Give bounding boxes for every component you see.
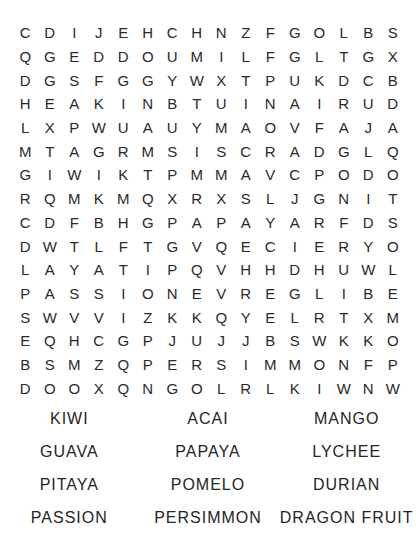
word-list-item: PITAYA — [0, 468, 139, 501]
grid-cell[interactable]: W — [62, 163, 87, 187]
grid-cell[interactable]: J — [160, 329, 185, 353]
grid-cell[interactable]: I — [234, 353, 259, 377]
grid-cell[interactable]: O — [381, 234, 406, 258]
grid-cell[interactable]: O — [307, 353, 332, 377]
grid-cell[interactable]: M — [258, 353, 283, 377]
grid-cell[interactable]: F — [111, 234, 136, 258]
grid-cell[interactable]: T — [381, 187, 406, 211]
grid-cell[interactable]: W — [87, 116, 112, 140]
grid-cell[interactable]: K — [332, 329, 357, 353]
grid-cell[interactable]: F — [258, 21, 283, 45]
grid-cell[interactable]: I — [111, 282, 136, 306]
grid-cell[interactable]: N — [258, 92, 283, 116]
grid-cell[interactable]: Y — [160, 68, 185, 92]
grid-cell[interactable]: Z — [136, 305, 161, 329]
grid-cell[interactable]: I — [62, 21, 87, 45]
grid-cell[interactable]: L — [332, 21, 357, 45]
grid-cell[interactable]: D — [283, 258, 308, 282]
grid-cell[interactable]: W — [381, 376, 406, 400]
grid-cell[interactable]: S — [381, 211, 406, 235]
grid-cell[interactable]: U — [356, 92, 381, 116]
grid-cell[interactable]: L — [307, 45, 332, 69]
grid-cell[interactable]: J — [209, 329, 234, 353]
grid-cell[interactable]: R — [307, 211, 332, 235]
grid-cell[interactable]: H — [62, 329, 87, 353]
grid-cell[interactable]: T — [38, 139, 63, 163]
word-search-page: CDIJEHCHNZFGOLBSQGEDDOUMILFGLTGXDGSFGGYW… — [0, 0, 416, 543]
grid-cell[interactable]: S — [209, 139, 234, 163]
grid-cell[interactable]: E — [111, 21, 136, 45]
grid-cell[interactable]: L — [381, 258, 406, 282]
grid-cell[interactable]: G — [136, 68, 161, 92]
word-list-item: GUAVA — [0, 435, 139, 468]
grid-cell[interactable]: X — [209, 68, 234, 92]
grid-cell[interactable]: E — [234, 234, 259, 258]
grid-cell[interactable]: Z — [87, 353, 112, 377]
grid-cell[interactable]: G — [160, 376, 185, 400]
grid-cell[interactable]: V — [283, 116, 308, 140]
grid-cell[interactable]: W — [185, 68, 210, 92]
grid-cell[interactable]: A — [185, 211, 210, 235]
grid-cell[interactable]: V — [185, 234, 210, 258]
grid-cell[interactable]: I — [307, 376, 332, 400]
word-list-item: ACAI — [139, 402, 278, 435]
word-list-item: DRAGON FRUIT — [277, 501, 416, 534]
grid-cell[interactable]: W — [38, 234, 63, 258]
grid-cell[interactable]: A — [332, 116, 357, 140]
grid-cell[interactable]: H — [13, 92, 38, 116]
grid-cell[interactable]: M — [13, 139, 38, 163]
grid-cell[interactable]: S — [283, 329, 308, 353]
grid-cell[interactable]: G — [283, 21, 308, 45]
grid-cell[interactable]: D — [13, 68, 38, 92]
grid-cell[interactable]: R — [234, 282, 259, 306]
grid-cell[interactable]: K — [160, 305, 185, 329]
grid-cell[interactable]: T — [234, 68, 259, 92]
grid-cell[interactable]: O — [258, 116, 283, 140]
grid-cell[interactable]: D — [381, 92, 406, 116]
grid-cell[interactable]: L — [283, 305, 308, 329]
grid-cell[interactable]: O — [381, 163, 406, 187]
grid-cell[interactable]: X — [87, 376, 112, 400]
grid-cell[interactable]: X — [381, 45, 406, 69]
grid-cell[interactable]: R — [258, 139, 283, 163]
grid-cell[interactable]: O — [62, 376, 87, 400]
grid-cell[interactable]: W — [356, 258, 381, 282]
grid-cell[interactable]: K — [185, 305, 210, 329]
grid-cell[interactable]: A — [62, 92, 87, 116]
grid-cell[interactable]: U — [283, 68, 308, 92]
grid-cell[interactable]: G — [136, 211, 161, 235]
grid-cell[interactable]: G — [111, 329, 136, 353]
grid-cell[interactable]: I — [136, 258, 161, 282]
grid-cell[interactable]: E — [381, 282, 406, 306]
grid-cell[interactable]: Q — [136, 187, 161, 211]
grid-cell[interactable]: U — [111, 116, 136, 140]
grid-cell[interactable]: T — [62, 234, 87, 258]
grid-cell[interactable]: N — [356, 376, 381, 400]
word-list-item: KIWI — [0, 402, 139, 435]
grid-cell[interactable]: B — [258, 329, 283, 353]
grid-cell[interactable]: I — [209, 45, 234, 69]
grid-cell[interactable]: L — [258, 376, 283, 400]
grid-cell[interactable]: V — [62, 305, 87, 329]
grid-cell[interactable]: N — [332, 187, 357, 211]
grid-cell[interactable]: G — [356, 45, 381, 69]
grid-cell[interactable]: I — [185, 139, 210, 163]
grid-cell[interactable]: B — [160, 92, 185, 116]
word-search-board: CDIJEHCHNZFGOLBSQGEDDOUMILFGLTGXDGSFGGYW… — [13, 21, 405, 400]
grid-cell[interactable]: Q — [38, 187, 63, 211]
grid-cell[interactable]: D — [111, 45, 136, 69]
grid-cell[interactable]: L — [234, 45, 259, 69]
grid-cell[interactable]: G — [332, 139, 357, 163]
grid-cell[interactable]: Y — [234, 305, 259, 329]
grid-cell[interactable]: E — [160, 353, 185, 377]
grid-cell[interactable]: P — [381, 353, 406, 377]
grid-cell[interactable]: A — [234, 116, 259, 140]
grid-cell[interactable]: P — [62, 116, 87, 140]
grid-cell[interactable]: Y — [356, 234, 381, 258]
grid-cell[interactable]: I — [332, 282, 357, 306]
grid-cell[interactable]: S — [160, 139, 185, 163]
grid-cell[interactable]: S — [62, 68, 87, 92]
grid-cell[interactable]: H — [185, 21, 210, 45]
grid-cell[interactable]: U — [209, 92, 234, 116]
grid-cell[interactable]: G — [160, 234, 185, 258]
grid-cell[interactable]: P — [209, 211, 234, 235]
grid-cell[interactable]: R — [332, 92, 357, 116]
grid-cell[interactable]: B — [87, 211, 112, 235]
grid-cell[interactable]: E — [38, 92, 63, 116]
grid-cell[interactable]: G — [13, 163, 38, 187]
grid-cell[interactable]: G — [283, 282, 308, 306]
grid-cell[interactable]: Q — [209, 305, 234, 329]
grid-cell[interactable]: G — [38, 45, 63, 69]
grid-cell[interactable]: F — [87, 68, 112, 92]
grid-cell[interactable]: J — [87, 21, 112, 45]
grid-cell[interactable]: G — [111, 68, 136, 92]
grid-cell[interactable]: E — [185, 282, 210, 306]
grid-cell[interactable]: S — [381, 21, 406, 45]
grid-cell[interactable]: T — [185, 92, 210, 116]
grid-cell[interactable]: H — [258, 258, 283, 282]
grid-cell[interactable]: L — [356, 139, 381, 163]
grid-cell[interactable]: W — [332, 376, 357, 400]
grid-cell[interactable]: C — [258, 234, 283, 258]
grid-cell[interactable]: Q — [38, 329, 63, 353]
grid-cell[interactable]: P — [258, 68, 283, 92]
grid-cell[interactable]: L — [209, 376, 234, 400]
grid-cell[interactable]: E — [258, 305, 283, 329]
grid-cell[interactable]: K — [111, 163, 136, 187]
word-list-item: DURIAN — [277, 468, 416, 501]
grid-cell[interactable]: U — [160, 45, 185, 69]
grid-cell[interactable]: A — [234, 163, 259, 187]
grid-cell[interactable]: A — [283, 139, 308, 163]
grid-cell[interactable]: D — [356, 163, 381, 187]
grid-cell[interactable]: B — [381, 68, 406, 92]
grid-cell[interactable]: D — [87, 45, 112, 69]
grid-cell[interactable]: H — [307, 258, 332, 282]
grid-cell[interactable]: I — [87, 163, 112, 187]
grid-cell[interactable]: T — [332, 45, 357, 69]
grid-cell[interactable]: S — [234, 187, 259, 211]
grid-cell[interactable]: P — [136, 353, 161, 377]
grid-cell[interactable]: M — [283, 353, 308, 377]
grid-cell[interactable]: A — [87, 258, 112, 282]
grid-cell[interactable]: U — [332, 258, 357, 282]
grid-cell[interactable]: A — [381, 116, 406, 140]
grid-cell[interactable]: P — [160, 211, 185, 235]
grid-cell[interactable]: Q — [111, 353, 136, 377]
grid-cell[interactable]: X — [356, 305, 381, 329]
grid-cell[interactable]: B — [13, 353, 38, 377]
grid-cell[interactable]: M — [381, 305, 406, 329]
grid-cell[interactable]: L — [258, 187, 283, 211]
grid-cell[interactable]: Q — [209, 234, 234, 258]
grid-cell[interactable]: Q — [185, 258, 210, 282]
grid-cell[interactable]: S — [209, 353, 234, 377]
grid-cell[interactable]: S — [62, 282, 87, 306]
grid-cell[interactable]: C — [234, 139, 259, 163]
grid-cell[interactable]: K — [87, 92, 112, 116]
grid-cell[interactable]: M — [209, 116, 234, 140]
grid-cell[interactable]: W — [307, 329, 332, 353]
grid-cell[interactable]: C — [13, 211, 38, 235]
word-list-item: MANGO — [277, 402, 416, 435]
grid-cell[interactable]: O — [136, 282, 161, 306]
grid-cell[interactable]: Q — [111, 376, 136, 400]
grid-cell[interactable]: O — [307, 21, 332, 45]
grid-cell[interactable]: F — [332, 211, 357, 235]
grid-cell[interactable]: U — [185, 329, 210, 353]
grid-cell[interactable]: W — [38, 305, 63, 329]
grid-cell[interactable]: N — [136, 92, 161, 116]
grid-cell[interactable]: E — [13, 329, 38, 353]
grid-cell[interactable]: T — [136, 234, 161, 258]
grid-cell[interactable]: M — [62, 353, 87, 377]
word-list-item: PERSIMMON — [139, 501, 278, 534]
grid-cell[interactable]: V — [87, 305, 112, 329]
grid-cell[interactable]: E — [258, 282, 283, 306]
grid-cell[interactable]: I — [356, 187, 381, 211]
grid-cell[interactable]: R — [307, 305, 332, 329]
grid-cell[interactable]: P — [160, 258, 185, 282]
grid-cell[interactable]: R — [234, 376, 259, 400]
grid-cell[interactable]: R — [185, 187, 210, 211]
grid-cell[interactable]: I — [38, 163, 63, 187]
grid-cell[interactable]: F — [307, 116, 332, 140]
grid-cell[interactable]: A — [283, 92, 308, 116]
grid-cell[interactable]: D — [13, 376, 38, 400]
word-list-item: PAPAYA — [139, 435, 278, 468]
grid-cell[interactable]: T — [136, 163, 161, 187]
grid-cell[interactable]: A — [38, 282, 63, 306]
grid-cell[interactable]: P — [160, 163, 185, 187]
grid-cell[interactable]: S — [13, 305, 38, 329]
grid-cell[interactable]: P — [136, 329, 161, 353]
grid-cell[interactable]: F — [62, 211, 87, 235]
grid-cell[interactable]: V — [209, 258, 234, 282]
grid-cell[interactable]: O — [332, 163, 357, 187]
grid-cell[interactable]: D — [332, 68, 357, 92]
grid-cell[interactable]: I — [283, 234, 308, 258]
grid-cell[interactable]: R — [13, 187, 38, 211]
grid-cell[interactable]: I — [307, 92, 332, 116]
grid-cell[interactable]: L — [87, 234, 112, 258]
word-list-item: PASSION — [0, 501, 139, 534]
grid-cell[interactable]: S — [38, 353, 63, 377]
grid-cell[interactable]: D — [38, 21, 63, 45]
grid-cell[interactable]: M — [209, 163, 234, 187]
grid-cell[interactable]: E — [62, 45, 87, 69]
grid-cell[interactable]: H — [111, 211, 136, 235]
grid-cell[interactable]: O — [381, 329, 406, 353]
grid-cell[interactable]: H — [234, 258, 259, 282]
grid-cell[interactable]: U — [160, 116, 185, 140]
grid-cell[interactable]: A — [234, 211, 259, 235]
grid-cell[interactable]: N — [136, 376, 161, 400]
grid-cell[interactable]: M — [111, 187, 136, 211]
word-list-item: POMELO — [139, 468, 278, 501]
grid-cell[interactable]: N — [209, 21, 234, 45]
grid-cell[interactable]: Y — [62, 258, 87, 282]
grid-cell[interactable]: C — [87, 329, 112, 353]
grid-cell[interactable]: G — [38, 68, 63, 92]
grid-cell[interactable]: C — [283, 163, 308, 187]
grid-cell[interactable]: A — [136, 116, 161, 140]
grid-cell[interactable]: L — [13, 258, 38, 282]
grid-cell[interactable]: J — [234, 329, 259, 353]
grid-cell[interactable]: K — [87, 187, 112, 211]
grid-cell[interactable]: O — [38, 376, 63, 400]
grid-cell[interactable]: Y — [258, 211, 283, 235]
grid-cell[interactable]: I — [111, 92, 136, 116]
grid-cell[interactable]: A — [283, 211, 308, 235]
grid-cell[interactable]: X — [160, 187, 185, 211]
grid-cell[interactable]: T — [332, 305, 357, 329]
grid-cell[interactable]: K — [283, 376, 308, 400]
grid-cell[interactable]: C — [160, 21, 185, 45]
grid-cell[interactable]: Z — [234, 21, 259, 45]
word-list-item: LYCHEE — [277, 435, 416, 468]
grid-cell[interactable]: R — [185, 353, 210, 377]
grid-cell[interactable]: P — [13, 282, 38, 306]
grid-cell[interactable]: X — [38, 116, 63, 140]
grid-cell[interactable]: A — [62, 139, 87, 163]
grid-cell[interactable]: G — [283, 45, 308, 69]
grid-cell[interactable]: V — [209, 282, 234, 306]
grid-cell[interactable]: M — [185, 163, 210, 187]
grid-cell[interactable]: D — [356, 211, 381, 235]
grid-cell[interactable]: M — [62, 187, 87, 211]
grid-cell[interactable]: F — [356, 353, 381, 377]
grid-cell[interactable]: D — [307, 139, 332, 163]
grid-cell[interactable]: N — [332, 353, 357, 377]
grid-cell[interactable]: V — [258, 163, 283, 187]
grid-cell[interactable]: D — [38, 211, 63, 235]
grid-cell[interactable]: I — [111, 305, 136, 329]
grid-cell[interactable]: Y — [185, 116, 210, 140]
grid-cell[interactable]: B — [356, 282, 381, 306]
grid-cell[interactable]: F — [258, 45, 283, 69]
grid-cell[interactable]: C — [356, 68, 381, 92]
grid-cell[interactable]: M — [185, 45, 210, 69]
grid-cell[interactable]: N — [160, 282, 185, 306]
grid-cell[interactable]: T — [111, 258, 136, 282]
grid-cell[interactable]: G — [87, 139, 112, 163]
grid-cell[interactable]: O — [185, 376, 210, 400]
grid-cell[interactable]: X — [209, 187, 234, 211]
grid-cell[interactable]: H — [136, 21, 161, 45]
grid-cell[interactable]: R — [111, 139, 136, 163]
grid-cell[interactable]: D — [13, 234, 38, 258]
grid-cell[interactable]: O — [136, 45, 161, 69]
grid-cell[interactable]: G — [307, 187, 332, 211]
grid-cell[interactable]: Q — [381, 139, 406, 163]
grid-cell[interactable]: J — [356, 116, 381, 140]
grid-cell[interactable]: R — [332, 234, 357, 258]
grid-cell[interactable]: K — [356, 329, 381, 353]
grid-cell[interactable]: E — [307, 234, 332, 258]
grid-cell[interactable]: Q — [13, 45, 38, 69]
grid-cell[interactable]: K — [307, 68, 332, 92]
grid-cell[interactable]: P — [307, 163, 332, 187]
grid-cell[interactable]: L — [13, 116, 38, 140]
grid-cell[interactable]: L — [307, 282, 332, 306]
grid-cell[interactable]: I — [234, 92, 259, 116]
grid-cell[interactable]: B — [356, 21, 381, 45]
word-list: KIWIACAIMANGOGUAVAPAPAYALYCHEEPITAYAPOME… — [0, 402, 416, 534]
grid-cell[interactable]: C — [13, 21, 38, 45]
grid-cell[interactable]: J — [283, 187, 308, 211]
grid-cell[interactable]: A — [38, 258, 63, 282]
grid-cell[interactable]: S — [87, 282, 112, 306]
grid-cell[interactable]: M — [136, 139, 161, 163]
